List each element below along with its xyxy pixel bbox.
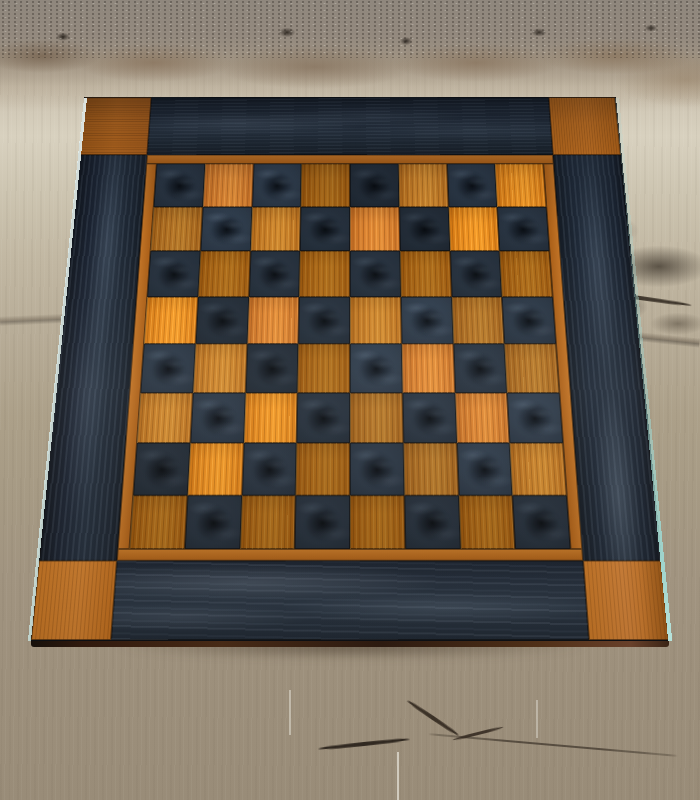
square-f8 <box>398 164 448 207</box>
square-a8 <box>154 164 205 207</box>
square-d4 <box>298 344 350 393</box>
square-g1 <box>458 495 515 549</box>
square-h6 <box>500 251 553 297</box>
square-a3 <box>137 392 193 442</box>
square-e7 <box>350 207 400 251</box>
square-c3 <box>243 392 297 442</box>
square-d5 <box>298 297 350 344</box>
photo-scene <box>0 0 700 800</box>
corner-block-top-right <box>549 97 621 154</box>
square-c4 <box>245 344 298 393</box>
corner-block-bottom-right <box>583 561 669 640</box>
square-g5 <box>451 297 504 344</box>
wood-scratch <box>397 752 399 800</box>
square-d6 <box>299 251 350 297</box>
square-h1 <box>513 495 571 549</box>
square-g2 <box>457 443 513 495</box>
square-b8 <box>203 164 254 207</box>
square-b1 <box>185 495 242 549</box>
square-a6 <box>147 251 200 297</box>
square-e5 <box>350 297 402 344</box>
square-b2 <box>187 443 243 495</box>
square-d7 <box>300 207 350 251</box>
square-f1 <box>404 495 460 549</box>
square-f7 <box>399 207 450 251</box>
square-h8 <box>495 164 546 207</box>
square-b7 <box>200 207 251 251</box>
corner-block-bottom-left <box>31 561 117 640</box>
square-c7 <box>250 207 301 251</box>
square-h7 <box>497 207 549 251</box>
square-b6 <box>198 251 250 297</box>
square-f4 <box>402 344 455 393</box>
square-f3 <box>402 392 456 442</box>
resin-rail-top <box>147 97 553 154</box>
wood-scratch <box>536 700 538 738</box>
square-h2 <box>510 443 567 495</box>
square-c6 <box>249 251 300 297</box>
square-a1 <box>129 495 187 549</box>
square-g6 <box>450 251 502 297</box>
square-a5 <box>144 297 198 344</box>
board-underside-edge <box>31 639 669 647</box>
square-c8 <box>252 164 302 207</box>
log-bark-speckle <box>0 0 700 58</box>
square-f6 <box>400 251 451 297</box>
corner-block-top-left <box>79 97 151 154</box>
square-d1 <box>295 495 350 549</box>
square-g4 <box>453 344 507 393</box>
square-e3 <box>350 392 403 442</box>
square-c1 <box>240 495 296 549</box>
square-c2 <box>242 443 297 495</box>
square-h3 <box>507 392 563 442</box>
square-a2 <box>133 443 190 495</box>
square-g3 <box>455 392 510 442</box>
square-h5 <box>502 297 556 344</box>
square-d2 <box>296 443 350 495</box>
square-e8 <box>350 164 399 207</box>
square-g8 <box>447 164 498 207</box>
square-e6 <box>350 251 401 297</box>
board-perspective-wrap <box>31 97 669 640</box>
wood-scratch <box>289 690 291 735</box>
square-a7 <box>150 207 202 251</box>
square-e2 <box>350 443 404 495</box>
square-b4 <box>193 344 247 393</box>
square-f5 <box>401 297 453 344</box>
square-e1 <box>350 495 405 549</box>
square-g7 <box>448 207 499 251</box>
square-c5 <box>247 297 299 344</box>
square-b3 <box>190 392 245 442</box>
inner-frame-strip-top <box>146 155 553 164</box>
square-b5 <box>195 297 248 344</box>
square-e4 <box>350 344 402 393</box>
square-h4 <box>505 344 560 393</box>
board <box>31 97 669 640</box>
square-d3 <box>297 392 350 442</box>
resin-rail-bottom <box>111 561 589 640</box>
square-a4 <box>140 344 195 393</box>
square-f2 <box>403 443 458 495</box>
inner-frame-strip-bottom <box>117 549 583 561</box>
square-d8 <box>301 164 350 207</box>
